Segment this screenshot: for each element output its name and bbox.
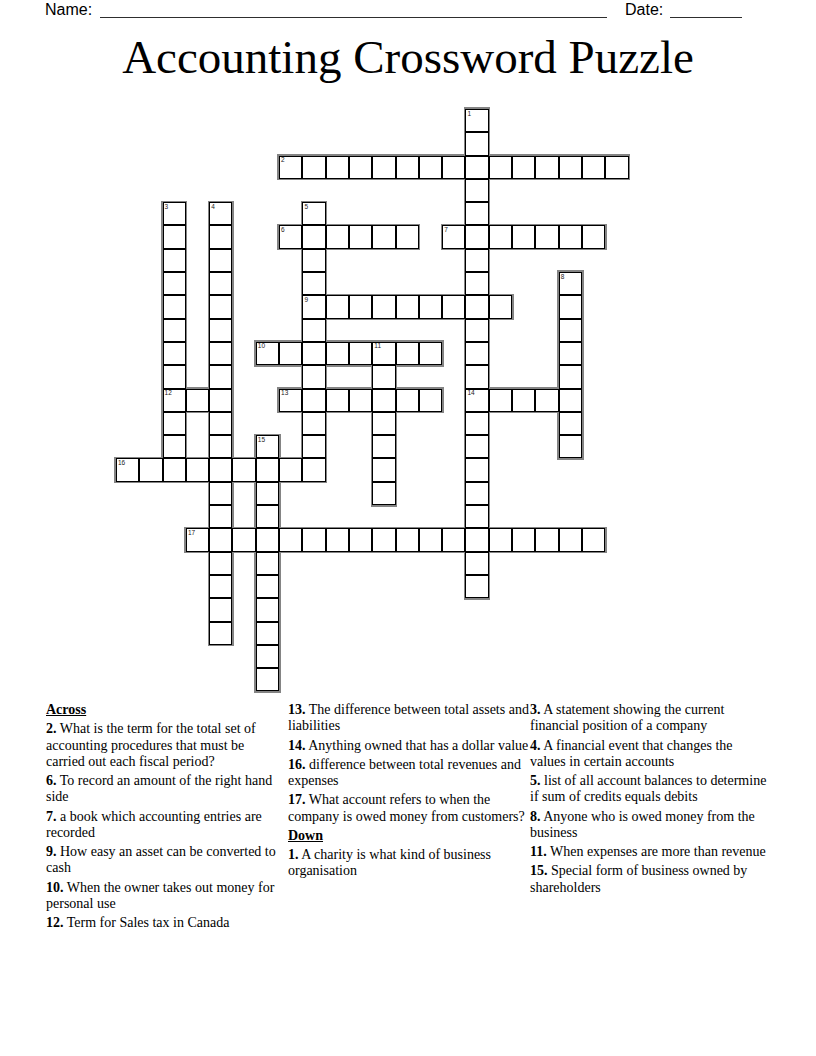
cell-r13c8[interactable] [302,412,325,435]
cell-r11c8[interactable] [302,365,325,388]
cell-r8c4[interactable] [209,295,232,318]
cell-r7c8[interactable] [302,272,325,295]
cell-r8c19[interactable] [559,295,582,318]
cell-r4c2[interactable]: 3 [163,202,186,225]
cell-r12c16[interactable] [489,389,512,412]
cell-r18c19[interactable] [559,528,582,551]
cell-r12c18[interactable] [535,389,558,412]
cell-r15c0[interactable]: 16 [116,458,139,481]
cell-r23c6[interactable] [256,645,279,668]
cell-r2c12[interactable] [396,156,419,179]
clue-number-14: 14. [288,738,306,753]
clue-number-1: 1. [288,847,299,862]
clue-9: 9. How easy an asset can be converted to… [46,844,282,877]
cell-number-15: 15 [258,436,265,444]
cell-r15c6[interactable] [256,458,279,481]
cell-r2c9[interactable] [326,156,349,179]
worksheet-page: Name: Date: Accounting Crossword Puzzle … [0,0,816,1056]
cell-r15c8[interactable] [302,458,325,481]
cell-r5c17[interactable] [512,225,535,248]
cell-r19c4[interactable] [209,552,232,575]
cell-number-12: 12 [165,389,172,397]
cell-r20c4[interactable] [209,575,232,598]
cell-r16c4[interactable] [209,482,232,505]
header-across: Across [46,702,282,718]
cell-r16c15[interactable] [465,482,488,505]
page-title: Accounting Crossword Puzzle [0,30,816,84]
cell-r14c19[interactable] [559,435,582,458]
cell-r19c15[interactable] [465,552,488,575]
cell-r12c10[interactable] [349,389,372,412]
cell-r18c17[interactable] [512,528,535,551]
cell-r1c15[interactable] [465,132,488,155]
cell-number-10: 10 [258,342,265,350]
clue-11: 11. When expenses are more than revenue [530,844,768,860]
cell-number-4: 4 [211,203,215,211]
cell-number-7: 7 [444,226,448,234]
cell-r8c12[interactable] [396,295,419,318]
cell-r20c15[interactable] [465,575,488,598]
cell-r16c6[interactable] [256,482,279,505]
cell-r14c6[interactable]: 15 [256,435,279,458]
clue-number-6: 6. [46,773,57,788]
cell-r17c4[interactable] [209,505,232,528]
cell-r5c2[interactable] [163,225,186,248]
cell-number-11: 11 [374,342,381,350]
cell-r24c6[interactable] [256,668,279,691]
cell-r10c7[interactable] [279,342,302,365]
cell-r18c14[interactable] [442,528,465,551]
cell-r18c7[interactable] [279,528,302,551]
cell-r9c4[interactable] [209,319,232,342]
clue-3: 3. A statement showing the current finan… [530,702,768,735]
cell-r15c15[interactable] [465,458,488,481]
cell-r12c8[interactable] [302,389,325,412]
cell-r14c15[interactable] [465,435,488,458]
cell-r2c11[interactable] [372,156,395,179]
clue-5: 5. list of all account balances to deter… [530,773,768,806]
cell-r12c13[interactable] [419,389,442,412]
cell-r11c2[interactable] [163,365,186,388]
cell-r18c20[interactable] [582,528,605,551]
cell-r9c2[interactable] [163,319,186,342]
cell-r12c3[interactable] [186,389,209,412]
cell-r12c4[interactable] [209,389,232,412]
cell-r15c11[interactable] [372,458,395,481]
cell-r2c17[interactable] [512,156,535,179]
clue-number-17: 17. [288,792,306,807]
cell-r5c16[interactable] [489,225,512,248]
cell-r18c15[interactable] [465,528,488,551]
cell-r10c13[interactable] [419,342,442,365]
cell-r8c8[interactable]: 9 [302,295,325,318]
cell-r2c13[interactable] [419,156,442,179]
name-label: Name: [45,1,92,19]
clue-15: 15. Special form of business owned by sh… [530,863,768,896]
cell-r15c7[interactable] [279,458,302,481]
cell-r22c4[interactable] [209,622,232,645]
cell-r18c18[interactable] [535,528,558,551]
cell-r11c15[interactable] [465,365,488,388]
cell-r10c15[interactable] [465,342,488,365]
cell-r18c12[interactable] [396,528,419,551]
cell-r8c2[interactable] [163,295,186,318]
cell-r7c4[interactable] [209,272,232,295]
cell-r7c19[interactable]: 8 [559,272,582,295]
clue-number-3: 3. [530,702,541,717]
cell-r2c14[interactable] [442,156,465,179]
clue-14: 14. Anything owned that has a dollar val… [288,738,530,754]
cell-r18c5[interactable] [232,528,255,551]
cell-r12c9[interactable] [326,389,349,412]
cell-r2c21[interactable] [605,156,628,179]
crossword-grid: 1234567891011121314151617 [116,109,629,691]
cell-r14c11[interactable] [372,435,395,458]
clue-number-12: 12. [46,915,64,930]
cell-r6c15[interactable] [465,249,488,272]
cell-r8c13[interactable] [419,295,442,318]
clue-7: 7. a book which accounting entries are r… [46,809,282,842]
cell-r13c11[interactable] [372,412,395,435]
cell-r18c16[interactable] [489,528,512,551]
clue-number-10: 10. [46,880,64,895]
cell-r18c9[interactable] [326,528,349,551]
cell-r3c15[interactable] [465,179,488,202]
cell-r4c4[interactable]: 4 [209,202,232,225]
cell-r5c7[interactable]: 6 [279,225,302,248]
cell-r2c7[interactable]: 2 [279,156,302,179]
cell-r4c15[interactable] [465,202,488,225]
cell-r18c3[interactable]: 17 [186,528,209,551]
clue-number-5: 5. [530,773,541,788]
cell-r5c20[interactable] [582,225,605,248]
cell-r11c11[interactable] [372,365,395,388]
cell-r21c6[interactable] [256,598,279,621]
cell-r5c12[interactable] [396,225,419,248]
cell-r21c4[interactable] [209,598,232,621]
cell-r11c19[interactable] [559,365,582,388]
clue-16: 16. difference between total revenues an… [288,757,530,790]
cell-r5c14[interactable]: 7 [442,225,465,248]
cell-r2c18[interactable] [535,156,558,179]
clue-number-2: 2. [46,721,57,736]
cell-r5c8[interactable] [302,225,325,248]
cell-r14c4[interactable] [209,435,232,458]
clue-number-16: 16. [288,757,306,772]
cell-r9c19[interactable] [559,319,582,342]
cell-r6c2[interactable] [163,249,186,272]
cell-r12c15[interactable]: 14 [465,389,488,412]
cell-r7c2[interactable] [163,272,186,295]
clue-number-9: 9. [46,844,57,859]
cell-r2c19[interactable] [559,156,582,179]
cell-r5c9[interactable] [326,225,349,248]
clue-6: 6. To record an amount of the right hand… [46,773,282,806]
cell-r14c8[interactable] [302,435,325,458]
cell-r9c8[interactable] [302,319,325,342]
cell-r8c16[interactable] [489,295,512,318]
cell-r2c10[interactable] [349,156,372,179]
cell-number-3: 3 [165,203,169,211]
cell-r20c6[interactable] [256,575,279,598]
cell-r10c4[interactable] [209,342,232,365]
cell-number-6: 6 [281,226,285,234]
clue-number-15: 15. [530,863,548,878]
clue-number-4: 4. [530,738,541,753]
clue-4: 4. A financial event that changes the va… [530,738,768,771]
cell-r12c12[interactable] [396,389,419,412]
name-blank-line[interactable] [100,17,607,18]
date-blank-line[interactable] [670,17,742,18]
cell-r12c7[interactable]: 13 [279,389,302,412]
cell-r15c2[interactable] [163,458,186,481]
clue-column-1: Across2. What is the term for the total … [46,702,282,934]
clue-column-2: 13. The difference between total assets … [288,702,530,883]
cell-r12c17[interactable] [512,389,535,412]
cell-r4c8[interactable]: 5 [302,202,325,225]
cell-r8c11[interactable] [372,295,395,318]
clue-number-13: 13. [288,702,306,717]
cell-r13c15[interactable] [465,412,488,435]
cell-r10c9[interactable] [326,342,349,365]
cell-number-13: 13 [281,389,288,397]
cell-number-2: 2 [281,156,285,164]
clue-8: 8. Anyone who is owed money from the bus… [530,809,768,842]
cell-r12c11[interactable] [372,389,395,412]
cell-r18c10[interactable] [349,528,372,551]
cell-r12c19[interactable] [559,389,582,412]
clue-number-7: 7. [46,809,57,824]
clue-13: 13. The difference between total assets … [288,702,530,735]
cell-r10c8[interactable] [302,342,325,365]
cell-r22c6[interactable] [256,622,279,645]
clue-17: 17. What account refers to when the comp… [288,792,530,825]
cell-r18c6[interactable] [256,528,279,551]
cell-number-1: 1 [467,110,471,118]
date-label: Date: [625,1,663,19]
cell-r8c14[interactable] [442,295,465,318]
cell-r0c15[interactable]: 1 [465,109,488,132]
cell-r2c8[interactable] [302,156,325,179]
cell-r2c15[interactable] [465,156,488,179]
clue-10: 10. When the owner takes out money for p… [46,880,282,913]
cell-r19c6[interactable] [256,552,279,575]
cell-r15c4[interactable] [209,458,232,481]
cell-r6c4[interactable] [209,249,232,272]
clue-column-3: 3. A statement showing the current finan… [530,702,768,899]
cell-r9c15[interactable] [465,319,488,342]
cell-r5c19[interactable] [559,225,582,248]
cell-r11c4[interactable] [209,365,232,388]
clue-1: 1. A charity is what kind of business or… [288,847,530,880]
clue-2: 2. What is the term for the total set of… [46,721,282,770]
cell-r18c11[interactable] [372,528,395,551]
cell-r18c8[interactable] [302,528,325,551]
cell-r5c11[interactable] [372,225,395,248]
cell-r10c2[interactable] [163,342,186,365]
cell-r10c6[interactable]: 10 [256,342,279,365]
cell-r5c4[interactable] [209,225,232,248]
cell-r7c15[interactable] [465,272,488,295]
cell-number-17: 17 [188,529,195,537]
cell-r6c8[interactable] [302,249,325,272]
cell-r5c10[interactable] [349,225,372,248]
cell-r5c18[interactable] [535,225,558,248]
clue-12: 12. Term for Sales tax in Canada [46,915,282,931]
cell-r18c13[interactable] [419,528,442,551]
cell-r10c19[interactable] [559,342,582,365]
cell-r15c1[interactable] [139,458,162,481]
cell-number-9: 9 [304,296,308,304]
cell-number-5: 5 [304,203,308,211]
cell-r14c2[interactable] [163,435,186,458]
cell-r15c5[interactable] [232,458,255,481]
cell-number-14: 14 [467,389,474,397]
cell-r8c10[interactable] [349,295,372,318]
cell-r13c2[interactable] [163,412,186,435]
cell-r2c20[interactable] [582,156,605,179]
cell-r5c15[interactable] [465,225,488,248]
cell-r2c16[interactable] [489,156,512,179]
cell-number-8: 8 [561,273,565,281]
cell-r12c2[interactable]: 12 [163,389,186,412]
cell-r13c4[interactable] [209,412,232,435]
cell-r10c10[interactable] [349,342,372,365]
cell-r10c12[interactable] [396,342,419,365]
cell-r16c11[interactable] [372,482,395,505]
header-down: Down [288,828,530,844]
cell-r8c15[interactable] [465,295,488,318]
clue-number-11: 11. [530,844,547,859]
cell-r17c15[interactable] [465,505,488,528]
cell-r15c3[interactable] [186,458,209,481]
cell-r18c4[interactable] [209,528,232,551]
cell-r13c19[interactable] [559,412,582,435]
cell-r17c6[interactable] [256,505,279,528]
cell-r10c11[interactable]: 11 [372,342,395,365]
clue-number-8: 8. [530,809,541,824]
cell-number-16: 16 [118,459,125,467]
cell-r8c9[interactable] [326,295,349,318]
